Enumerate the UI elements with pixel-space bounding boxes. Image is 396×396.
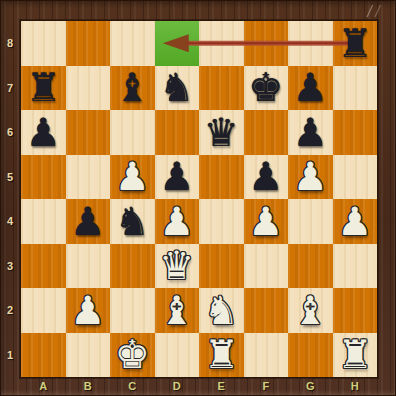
square-a5[interactable]	[21, 155, 66, 200]
file-label-h: H	[333, 377, 378, 395]
square-d3[interactable]: ♛	[155, 244, 200, 289]
piece-black-bishop[interactable]: ♝	[115, 68, 150, 107]
square-a2[interactable]	[21, 288, 66, 333]
square-g1[interactable]	[288, 333, 333, 378]
square-d6[interactable]	[155, 110, 200, 155]
piece-black-pawn[interactable]: ♟	[159, 157, 194, 196]
square-e1[interactable]: ♜	[199, 333, 244, 378]
wood-scratches	[354, 5, 388, 17]
square-e5[interactable]	[199, 155, 244, 200]
rank-label-8: 8	[0, 21, 20, 66]
file-labels: ABCDEFGH	[21, 377, 377, 395]
square-e6[interactable]: ♛	[199, 110, 244, 155]
square-c3[interactable]	[110, 244, 155, 289]
file-label-b: B	[66, 377, 111, 395]
square-d1[interactable]	[155, 333, 200, 378]
square-c6[interactable]	[110, 110, 155, 155]
square-f1[interactable]	[244, 333, 289, 378]
piece-white-queen[interactable]: ♛	[159, 246, 194, 285]
square-b2[interactable]: ♟	[66, 288, 111, 333]
square-a6[interactable]: ♟	[21, 110, 66, 155]
square-g6[interactable]: ♟	[288, 110, 333, 155]
square-h8[interactable]: ♜	[333, 21, 378, 66]
square-f7[interactable]: ♚	[244, 66, 289, 111]
square-h3[interactable]	[333, 244, 378, 289]
square-b4[interactable]: ♟	[66, 199, 111, 244]
square-h1[interactable]: ♜	[333, 333, 378, 378]
square-b5[interactable]	[66, 155, 111, 200]
rank-labels: 87654321	[0, 21, 20, 377]
square-e3[interactable]	[199, 244, 244, 289]
square-d4[interactable]: ♟	[155, 199, 200, 244]
piece-white-pawn[interactable]: ♟	[293, 157, 328, 196]
square-e2[interactable]: ♞	[199, 288, 244, 333]
rank-label-3: 3	[0, 244, 20, 289]
file-label-c: C	[110, 377, 155, 395]
file-label-f: F	[244, 377, 289, 395]
piece-black-pawn[interactable]: ♟	[70, 202, 105, 241]
square-d7[interactable]: ♞	[155, 66, 200, 111]
square-f3[interactable]	[244, 244, 289, 289]
piece-black-king[interactable]: ♚	[248, 68, 283, 107]
piece-black-rook[interactable]: ♜	[337, 24, 372, 63]
piece-white-pawn[interactable]: ♟	[337, 202, 372, 241]
piece-white-pawn[interactable]: ♟	[70, 291, 105, 330]
chess-board: ♜♜♝♞♚♟♟♛♟♟♟♟♟♟♞♟♟♟♛♟♝♞♝♚♜♜	[21, 21, 377, 377]
piece-white-king[interactable]: ♚	[115, 335, 150, 374]
square-c1[interactable]: ♚	[110, 333, 155, 378]
square-a4[interactable]	[21, 199, 66, 244]
square-d5[interactable]: ♟	[155, 155, 200, 200]
rank-label-1: 1	[0, 333, 20, 378]
square-e8[interactable]	[199, 21, 244, 66]
square-g2[interactable]: ♝	[288, 288, 333, 333]
square-b3[interactable]	[66, 244, 111, 289]
square-e4[interactable]	[199, 199, 244, 244]
square-b1[interactable]	[66, 333, 111, 378]
square-g4[interactable]	[288, 199, 333, 244]
square-a8[interactable]	[21, 21, 66, 66]
square-a3[interactable]	[21, 244, 66, 289]
square-f5[interactable]: ♟	[244, 155, 289, 200]
piece-white-rook[interactable]: ♜	[204, 335, 239, 374]
square-d2[interactable]: ♝	[155, 288, 200, 333]
square-d8[interactable]	[155, 21, 200, 66]
piece-black-rook[interactable]: ♜	[26, 68, 61, 107]
piece-black-pawn[interactable]: ♟	[248, 157, 283, 196]
rank-label-7: 7	[0, 66, 20, 111]
piece-white-pawn[interactable]: ♟	[159, 202, 194, 241]
piece-white-pawn[interactable]: ♟	[248, 202, 283, 241]
square-e7[interactable]	[199, 66, 244, 111]
file-label-e: E	[199, 377, 244, 395]
piece-black-pawn[interactable]: ♟	[26, 113, 61, 152]
piece-white-pawn[interactable]: ♟	[115, 157, 150, 196]
rank-label-2: 2	[0, 288, 20, 333]
rank-label-5: 5	[0, 155, 20, 200]
square-c5[interactable]: ♟	[110, 155, 155, 200]
piece-white-rook[interactable]: ♜	[337, 335, 372, 374]
square-h7[interactable]	[333, 66, 378, 111]
file-label-a: A	[21, 377, 66, 395]
square-c2[interactable]	[110, 288, 155, 333]
square-f2[interactable]	[244, 288, 289, 333]
square-a1[interactable]	[21, 333, 66, 378]
square-c4[interactable]: ♞	[110, 199, 155, 244]
file-label-g: G	[288, 377, 333, 395]
square-f8[interactable]	[244, 21, 289, 66]
file-label-d: D	[155, 377, 200, 395]
piece-black-pawn[interactable]: ♟	[293, 113, 328, 152]
piece-white-bishop[interactable]: ♝	[293, 291, 328, 330]
square-h4[interactable]: ♟	[333, 199, 378, 244]
square-g5[interactable]: ♟	[288, 155, 333, 200]
square-g3[interactable]	[288, 244, 333, 289]
square-g8[interactable]	[288, 21, 333, 66]
piece-black-queen[interactable]: ♛	[204, 113, 239, 152]
square-b8[interactable]	[66, 21, 111, 66]
square-a7[interactable]: ♜	[21, 66, 66, 111]
piece-black-knight[interactable]: ♞	[115, 202, 150, 241]
square-f6[interactable]	[244, 110, 289, 155]
square-h5[interactable]	[333, 155, 378, 200]
square-h6[interactable]	[333, 110, 378, 155]
piece-black-pawn[interactable]: ♟	[293, 68, 328, 107]
piece-white-knight[interactable]: ♞	[204, 291, 239, 330]
piece-white-bishop[interactable]: ♝	[159, 291, 194, 330]
square-f4[interactable]: ♟	[244, 199, 289, 244]
square-b6[interactable]	[66, 110, 111, 155]
square-c8[interactable]	[110, 21, 155, 66]
square-g7[interactable]: ♟	[288, 66, 333, 111]
square-b7[interactable]	[66, 66, 111, 111]
rank-label-6: 6	[0, 110, 20, 155]
wood-frame: 87654321 ♜♜♝♞♚♟♟♛♟♟♟♟♟♟♞♟♟♟♛♟♝♞♝♚♜♜ ABCD…	[0, 0, 396, 396]
square-h2[interactable]	[333, 288, 378, 333]
piece-black-knight[interactable]: ♞	[159, 68, 194, 107]
square-c7[interactable]: ♝	[110, 66, 155, 111]
rank-label-4: 4	[0, 199, 20, 244]
